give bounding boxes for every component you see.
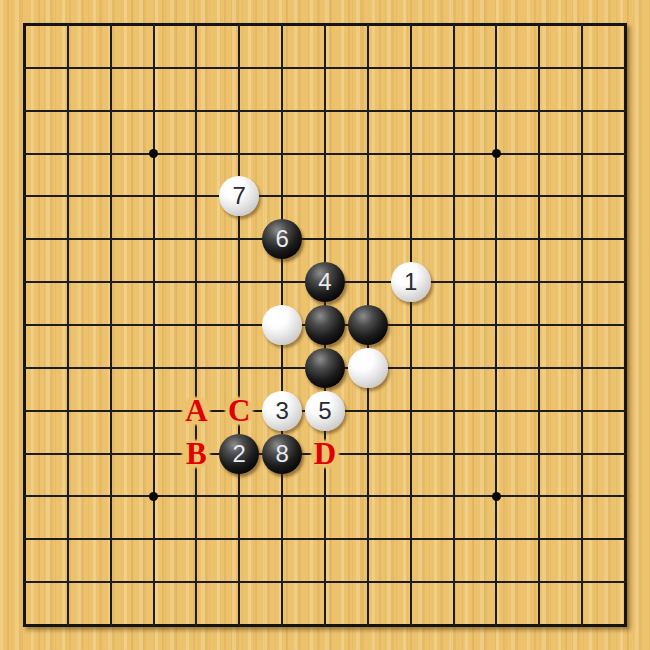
stone-move-number: 7 [233,184,246,208]
star-point [149,492,158,501]
stone-move-number: 3 [275,399,288,423]
star-point [492,149,501,158]
stone-move-number: 2 [233,442,246,466]
grid-line-vertical [538,24,540,626]
stone-move-number: 1 [404,270,417,294]
stone-move-number: 5 [318,399,331,423]
stone-move-number: 6 [275,227,288,251]
stone-white-move-3: 3 [262,391,302,431]
stone-white [262,305,302,345]
stone-black [305,348,345,388]
stone-black [305,305,345,345]
stone-white-move-5: 5 [305,391,345,431]
grid-line-vertical [453,24,455,626]
stone-move-number: 4 [318,270,331,294]
point-label-B: B [175,433,217,475]
point-label-D: D [304,433,346,475]
grid-line-horizontal [24,495,626,497]
stone-black [348,305,388,345]
grid-line-horizontal [24,581,626,583]
stone-black-move-2: 2 [219,434,259,474]
grid-line-vertical [495,24,497,626]
grid-line-vertical [581,24,583,626]
grid-line-vertical [410,24,412,626]
stone-black-move-8: 8 [262,434,302,474]
point-label-C: C [218,390,260,432]
go-board[interactable]: 76413528 ACBD [0,0,650,650]
stone-move-number: 8 [275,442,288,466]
point-label-A: A [175,390,217,432]
star-point [492,492,501,501]
stone-white-move-1: 1 [391,262,431,302]
grid-line-horizontal [24,538,626,540]
stone-black-move-4: 4 [305,262,345,302]
stone-white [348,348,388,388]
